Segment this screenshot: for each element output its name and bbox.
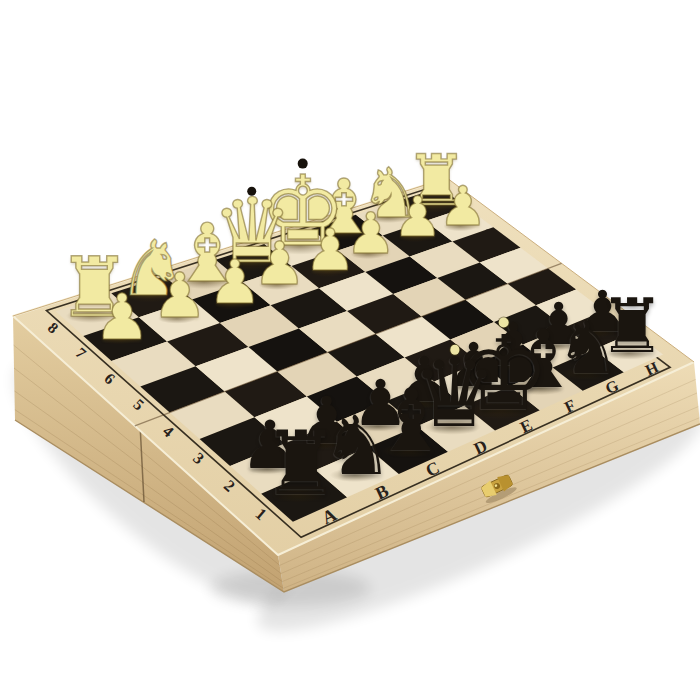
royal-finial (450, 345, 460, 355)
piece-black-rook-a1[interactable]: ♜ (262, 420, 341, 508)
piece-white-pawn-g7[interactable]: ♟ (393, 190, 443, 246)
piece-white-pawn-h7[interactable]: ♟ (438, 180, 487, 234)
piece-white-pawn-b7[interactable]: ♟ (152, 266, 208, 328)
royal-finial (248, 187, 257, 196)
piece-white-pawn-c7[interactable]: ♟ (208, 253, 262, 314)
piece-white-pawn-e7[interactable]: ♟ (304, 223, 356, 281)
royal-finial (298, 159, 308, 169)
royal-finial (499, 317, 509, 327)
chess-box-scene: 87654321ABCDEFGH ♜♞♟♝♟♚♟♛♟♝♟♞♟♜♟♟♟♟♜♟♞♟♝… (0, 0, 700, 700)
piece-white-pawn-a7[interactable]: ♟ (94, 285, 151, 348)
